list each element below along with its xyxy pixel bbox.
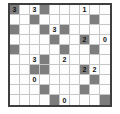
cell-r7c5[interactable] bbox=[60, 75, 70, 85]
cell-r2c2[interactable] bbox=[30, 25, 40, 35]
cell-r2c5[interactable] bbox=[60, 25, 70, 35]
cell-r9c7[interactable] bbox=[80, 95, 90, 105]
cell-r4c4[interactable] bbox=[50, 45, 60, 55]
cell-r0c3[interactable] bbox=[40, 5, 50, 15]
cell-r7c9[interactable] bbox=[100, 75, 110, 85]
cell-r4c5[interactable] bbox=[60, 45, 70, 55]
cell-r1c0[interactable] bbox=[10, 15, 20, 25]
cell-r6c3[interactable] bbox=[40, 65, 50, 75]
cell-r8c8[interactable] bbox=[90, 85, 100, 95]
cell-r1c8[interactable] bbox=[90, 15, 100, 25]
cell-r2c8[interactable] bbox=[90, 25, 100, 35]
cell-r3c8[interactable] bbox=[90, 35, 100, 45]
cell-r6c0[interactable] bbox=[10, 65, 20, 75]
cell-r8c6[interactable] bbox=[70, 85, 80, 95]
cell-r6c4[interactable] bbox=[50, 65, 60, 75]
cell-r4c6[interactable] bbox=[70, 45, 80, 55]
cell-r4c3[interactable] bbox=[40, 45, 50, 55]
cell-r0c2[interactable]: 3 bbox=[30, 5, 40, 15]
cell-r7c8[interactable] bbox=[90, 75, 100, 85]
cell-r3c9[interactable]: 0 bbox=[100, 35, 110, 45]
cell-r3c4[interactable] bbox=[50, 35, 60, 45]
cell-r0c0[interactable]: 3 bbox=[10, 5, 20, 15]
cell-r7c0[interactable] bbox=[10, 75, 20, 85]
cell-r5c7[interactable] bbox=[80, 55, 90, 65]
cell-r7c2[interactable]: 0 bbox=[30, 75, 40, 85]
cell-r1c5[interactable] bbox=[60, 15, 70, 25]
cell-r5c0[interactable] bbox=[10, 55, 20, 65]
cell-r5c3[interactable] bbox=[40, 55, 50, 65]
cell-r6c6[interactable] bbox=[70, 65, 80, 75]
cell-r1c4[interactable] bbox=[50, 15, 60, 25]
puzzle-board: 331320322200 bbox=[8, 3, 112, 107]
cell-r2c6[interactable] bbox=[70, 25, 80, 35]
cell-r9c4[interactable] bbox=[50, 95, 60, 105]
cell-r2c9[interactable] bbox=[100, 25, 110, 35]
cell-r0c5[interactable] bbox=[60, 5, 70, 15]
cell-r9c6[interactable] bbox=[70, 95, 80, 105]
cell-r3c6[interactable] bbox=[70, 35, 80, 45]
cell-r4c8[interactable] bbox=[90, 45, 100, 55]
cell-r9c2[interactable] bbox=[30, 95, 40, 105]
cell-r9c0[interactable] bbox=[10, 95, 20, 105]
cell-r5c6[interactable] bbox=[70, 55, 80, 65]
cell-r9c8[interactable] bbox=[90, 95, 100, 105]
cell-r8c5[interactable] bbox=[60, 85, 70, 95]
cell-r7c4[interactable] bbox=[50, 75, 60, 85]
cell-r8c4[interactable] bbox=[50, 85, 60, 95]
cell-r0c4[interactable] bbox=[50, 5, 60, 15]
cell-r1c6[interactable] bbox=[70, 15, 80, 25]
cell-r9c1[interactable] bbox=[20, 95, 30, 105]
cell-r2c4[interactable]: 3 bbox=[50, 25, 60, 35]
cell-r4c9[interactable] bbox=[100, 45, 110, 55]
cell-r7c7[interactable] bbox=[80, 75, 90, 85]
cell-r9c9[interactable] bbox=[100, 95, 110, 105]
cell-r6c1[interactable] bbox=[20, 65, 30, 75]
cell-r0c1[interactable] bbox=[20, 5, 30, 15]
cell-r3c0[interactable] bbox=[10, 35, 20, 45]
cell-r5c9[interactable] bbox=[100, 55, 110, 65]
cell-r0c8[interactable] bbox=[90, 5, 100, 15]
cell-r2c7[interactable] bbox=[80, 25, 90, 35]
cell-r0c9[interactable] bbox=[100, 5, 110, 15]
cell-r8c0[interactable] bbox=[10, 85, 20, 95]
cell-r7c1[interactable] bbox=[20, 75, 30, 85]
cell-r5c1[interactable] bbox=[20, 55, 30, 65]
cell-r0c6[interactable] bbox=[70, 5, 80, 15]
cell-r8c9[interactable] bbox=[100, 85, 110, 95]
cell-r8c3[interactable] bbox=[40, 85, 50, 95]
cell-r0c7[interactable]: 1 bbox=[80, 5, 90, 15]
cell-r9c3[interactable] bbox=[40, 95, 50, 105]
cell-r3c1[interactable] bbox=[20, 35, 30, 45]
cell-r4c0[interactable] bbox=[10, 45, 20, 55]
cell-r1c9[interactable] bbox=[100, 15, 110, 25]
cell-r3c2[interactable] bbox=[30, 35, 40, 45]
cell-r7c3[interactable] bbox=[40, 75, 50, 85]
cell-r2c1[interactable] bbox=[20, 25, 30, 35]
cell-r6c5[interactable] bbox=[60, 65, 70, 75]
cell-r6c7[interactable]: 2 bbox=[80, 65, 90, 75]
cell-r6c9[interactable] bbox=[100, 65, 110, 75]
cell-r8c7[interactable] bbox=[80, 85, 90, 95]
cell-r8c2[interactable] bbox=[30, 85, 40, 95]
cell-r1c1[interactable] bbox=[20, 15, 30, 25]
cell-r4c1[interactable] bbox=[20, 45, 30, 55]
cell-r5c5[interactable]: 2 bbox=[60, 55, 70, 65]
cell-r5c8[interactable] bbox=[90, 55, 100, 65]
cell-r3c5[interactable] bbox=[60, 35, 70, 45]
cell-r4c2[interactable] bbox=[30, 45, 40, 55]
cell-r9c5[interactable]: 0 bbox=[60, 95, 70, 105]
cell-r6c2[interactable] bbox=[30, 65, 40, 75]
cell-r1c3[interactable] bbox=[40, 15, 50, 25]
cell-r3c7[interactable]: 2 bbox=[80, 35, 90, 45]
cell-r1c2[interactable] bbox=[30, 15, 40, 25]
cell-r5c2[interactable]: 3 bbox=[30, 55, 40, 65]
cell-r5c4[interactable] bbox=[50, 55, 60, 65]
cell-r3c3[interactable] bbox=[40, 35, 50, 45]
cell-r4c7[interactable] bbox=[80, 45, 90, 55]
cell-r7c6[interactable] bbox=[70, 75, 80, 85]
cell-r2c3[interactable] bbox=[40, 25, 50, 35]
cell-r2c0[interactable] bbox=[10, 25, 20, 35]
cell-r8c1[interactable] bbox=[20, 85, 30, 95]
cell-r1c7[interactable] bbox=[80, 15, 90, 25]
cell-r6c8[interactable]: 2 bbox=[90, 65, 100, 75]
